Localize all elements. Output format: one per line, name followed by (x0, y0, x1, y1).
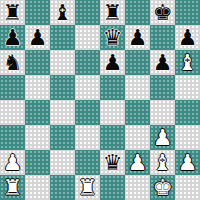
square-c5[interactable] (50, 75, 75, 100)
square-b5[interactable] (25, 75, 50, 100)
piece-black-queen[interactable]: ♛ (103, 150, 123, 175)
square-e1[interactable] (100, 175, 125, 200)
square-a1[interactable]: ♜ (0, 175, 25, 200)
square-d4[interactable] (75, 100, 100, 125)
square-h6[interactable]: ♝ (175, 50, 200, 75)
square-a6[interactable]: ♞ (0, 50, 25, 75)
piece-white-king[interactable]: ♚ (153, 175, 173, 200)
square-a7[interactable]: ♟ (0, 25, 25, 50)
square-g7[interactable] (150, 25, 175, 50)
piece-white-rook[interactable]: ♜ (3, 175, 23, 200)
square-d3[interactable] (75, 125, 100, 150)
square-b8[interactable] (25, 0, 50, 25)
square-b6[interactable] (25, 50, 50, 75)
piece-white-pawn[interactable]: ♟ (3, 150, 23, 175)
piece-black-queen[interactable]: ♛ (103, 25, 123, 50)
square-d2[interactable] (75, 150, 100, 175)
piece-black-pawn[interactable]: ♟ (178, 25, 198, 50)
piece-white-pawn[interactable]: ♟ (128, 150, 148, 175)
piece-black-bishop[interactable]: ♝ (53, 0, 73, 25)
square-g5[interactable] (150, 75, 175, 100)
square-h4[interactable] (175, 100, 200, 125)
square-f5[interactable] (125, 75, 150, 100)
square-g6[interactable]: ♟ (150, 50, 175, 75)
piece-black-pawn[interactable]: ♟ (28, 25, 48, 50)
square-b3[interactable] (25, 125, 50, 150)
piece-black-king[interactable]: ♚ (153, 0, 173, 25)
square-d8[interactable] (75, 0, 100, 25)
square-f4[interactable] (125, 100, 150, 125)
piece-white-rook[interactable]: ♜ (78, 175, 98, 200)
square-f1[interactable] (125, 175, 150, 200)
square-g4[interactable] (150, 100, 175, 125)
square-b1[interactable] (25, 175, 50, 200)
square-h1[interactable] (175, 175, 200, 200)
square-h3[interactable] (175, 125, 200, 150)
square-e8[interactable]: ♜ (100, 0, 125, 25)
square-g2[interactable]: ♝ (150, 150, 175, 175)
square-e6[interactable]: ♟ (100, 50, 125, 75)
square-c1[interactable] (50, 175, 75, 200)
piece-black-pawn[interactable]: ♟ (153, 50, 173, 75)
square-a2[interactable]: ♟ (0, 150, 25, 175)
square-f3[interactable] (125, 125, 150, 150)
square-b2[interactable] (25, 150, 50, 175)
square-g8[interactable]: ♚ (150, 0, 175, 25)
square-a4[interactable] (0, 100, 25, 125)
square-f6[interactable] (125, 50, 150, 75)
square-c7[interactable] (50, 25, 75, 50)
piece-white-pawn[interactable]: ♟ (153, 125, 173, 150)
square-c6[interactable] (50, 50, 75, 75)
square-e5[interactable] (100, 75, 125, 100)
square-c2[interactable] (50, 150, 75, 175)
square-c3[interactable] (50, 125, 75, 150)
square-a5[interactable] (0, 75, 25, 100)
square-d1[interactable]: ♜ (75, 175, 100, 200)
piece-black-pawn[interactable]: ♟ (3, 25, 23, 50)
square-d6[interactable] (75, 50, 100, 75)
square-h5[interactable] (175, 75, 200, 100)
square-e3[interactable] (100, 125, 125, 150)
square-a3[interactable] (0, 125, 25, 150)
square-e2[interactable]: ♛ (100, 150, 125, 175)
square-b4[interactable] (25, 100, 50, 125)
piece-black-knight[interactable]: ♞ (3, 50, 23, 75)
square-d5[interactable] (75, 75, 100, 100)
square-e4[interactable] (100, 100, 125, 125)
piece-black-rook[interactable]: ♜ (103, 0, 123, 25)
chess-board: ♜♝♜♚♟♟♛♟♟♞♟♟♝♟♟♛♟♝♟♜♜♚ (0, 0, 200, 200)
square-f8[interactable] (125, 0, 150, 25)
piece-black-pawn[interactable]: ♟ (128, 25, 148, 50)
square-g1[interactable]: ♚ (150, 175, 175, 200)
square-c8[interactable]: ♝ (50, 0, 75, 25)
square-f7[interactable]: ♟ (125, 25, 150, 50)
square-e7[interactable]: ♛ (100, 25, 125, 50)
piece-black-pawn[interactable]: ♟ (103, 50, 123, 75)
square-f2[interactable]: ♟ (125, 150, 150, 175)
piece-black-rook[interactable]: ♜ (3, 0, 23, 25)
piece-white-bishop[interactable]: ♝ (178, 50, 198, 75)
square-h7[interactable]: ♟ (175, 25, 200, 50)
square-c4[interactable] (50, 100, 75, 125)
square-h2[interactable]: ♟ (175, 150, 200, 175)
square-b7[interactable]: ♟ (25, 25, 50, 50)
square-a8[interactable]: ♜ (0, 0, 25, 25)
square-d7[interactable] (75, 25, 100, 50)
piece-white-pawn[interactable]: ♟ (178, 150, 198, 175)
square-g3[interactable]: ♟ (150, 125, 175, 150)
square-h8[interactable] (175, 0, 200, 25)
piece-white-bishop[interactable]: ♝ (153, 150, 173, 175)
